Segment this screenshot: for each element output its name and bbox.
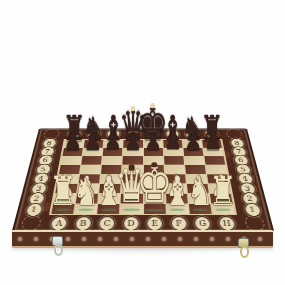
square-f3 (165, 184, 186, 193)
file-label-e: E (147, 216, 164, 231)
clasp-ring-icon (240, 246, 249, 258)
square-f4 (165, 174, 186, 183)
square-f6 (164, 156, 184, 164)
square-c8 (104, 140, 123, 148)
square-h5 (206, 165, 227, 174)
square-a8 (64, 140, 84, 148)
square-d3 (121, 184, 142, 193)
square-g6 (184, 156, 205, 164)
file-label-c: C (106, 129, 120, 139)
square-b5 (80, 165, 101, 174)
file-label-g: G (185, 129, 200, 139)
square-c3 (99, 184, 120, 193)
rank-label-5: 5 (234, 164, 252, 176)
square-g1 (189, 204, 212, 214)
square-d2 (121, 194, 142, 204)
square-g2 (188, 194, 210, 204)
square-e5 (143, 165, 163, 174)
square-e3 (144, 184, 165, 193)
rank-label-2: 2 (240, 192, 259, 205)
file-label-g: G (194, 216, 212, 231)
square-c1 (97, 204, 119, 214)
square-a6 (61, 156, 82, 164)
square-g5 (185, 165, 206, 174)
file-label-c: C (98, 216, 116, 231)
square-g8 (182, 140, 202, 148)
file-label-e: E (146, 129, 160, 139)
square-h1 (211, 204, 234, 214)
square-c5 (101, 165, 122, 174)
square-h7 (203, 148, 223, 156)
corner-ornament-icon (20, 215, 43, 232)
rank-label-4: 4 (236, 173, 254, 185)
square-h3 (208, 184, 230, 193)
file-label-a: A (50, 216, 69, 231)
square-f7 (163, 148, 183, 156)
square-c4 (100, 174, 121, 183)
square-a5 (59, 165, 80, 174)
playing-area (49, 139, 237, 215)
square-g7 (183, 148, 203, 156)
square-c7 (103, 148, 123, 156)
file-labels-top: ABCDEFGH (64, 128, 222, 139)
file-label-f: F (165, 129, 179, 139)
square-b1 (74, 204, 97, 214)
square-a4 (57, 174, 79, 183)
square-a7 (62, 148, 82, 156)
clasp-left (52, 236, 63, 246)
file-label-f: F (170, 216, 188, 231)
square-b2 (76, 194, 98, 204)
clasp-right (238, 238, 249, 248)
file-label-d: D (122, 216, 139, 231)
square-h6 (204, 156, 225, 164)
square-b7 (83, 148, 103, 156)
rank-label-7: 7 (231, 146, 248, 157)
rank-label-3: 3 (29, 182, 47, 195)
square-e1 (144, 204, 166, 214)
rank-label-7: 7 (39, 146, 56, 157)
square-a1 (51, 204, 74, 214)
square-f1 (166, 204, 188, 214)
corner-ornament-icon (43, 128, 61, 139)
square-e8 (143, 140, 162, 148)
square-c6 (102, 156, 122, 164)
rank-label-3: 3 (238, 182, 256, 195)
file-label-b: B (87, 129, 102, 139)
square-h8 (202, 140, 222, 148)
rank-label-6: 6 (36, 155, 53, 166)
rank-label-4: 4 (32, 173, 50, 185)
square-b3 (77, 184, 99, 193)
chess-board: ABCDEFGH ABCDEFGH 87654321 87654321 (12, 128, 274, 231)
square-d4 (122, 174, 143, 183)
square-d7 (123, 148, 142, 156)
square-a2 (53, 194, 76, 204)
square-b6 (81, 156, 102, 164)
corner-ornament-icon (225, 128, 243, 139)
square-e2 (144, 194, 165, 204)
square-b4 (79, 174, 100, 183)
square-g4 (186, 174, 207, 183)
square-f5 (164, 165, 185, 174)
square-g3 (187, 184, 209, 193)
square-h2 (210, 194, 233, 204)
clasp-ring-icon (54, 244, 63, 256)
corner-ornament-icon (244, 215, 267, 232)
file-label-b: B (74, 216, 92, 231)
chess-set-product-photo: ABCDEFGH ABCDEFGH 87654321 87654321 ♜♞♝♛… (0, 0, 285, 285)
square-e4 (144, 174, 165, 183)
square-f8 (163, 140, 182, 148)
file-label-a: A (67, 129, 82, 139)
rank-label-8: 8 (229, 138, 245, 148)
rank-label-6: 6 (232, 155, 249, 166)
square-h4 (207, 174, 229, 183)
square-d5 (122, 165, 142, 174)
square-d6 (123, 156, 143, 164)
square-c2 (98, 194, 120, 204)
file-label-h: H (217, 216, 236, 231)
square-a3 (55, 184, 77, 193)
square-b8 (84, 140, 104, 148)
file-label-h: H (204, 129, 219, 139)
square-e6 (143, 156, 163, 164)
rank-label-2: 2 (27, 192, 46, 205)
square-d1 (120, 204, 142, 214)
rank-label-8: 8 (41, 138, 57, 148)
square-d8 (124, 140, 143, 148)
rank-label-5: 5 (34, 164, 52, 176)
square-e7 (143, 148, 162, 156)
square-f2 (166, 194, 188, 204)
file-label-d: D (126, 129, 140, 139)
